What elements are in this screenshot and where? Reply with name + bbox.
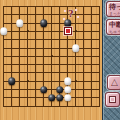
black-stone[interactable] xyxy=(40,19,48,27)
board-gridline xyxy=(3,31,100,32)
star-point xyxy=(27,30,29,32)
star-point xyxy=(75,80,77,82)
star-point xyxy=(27,80,29,82)
white-stone[interactable] xyxy=(64,77,72,85)
black-stone[interactable] xyxy=(56,94,64,102)
game-screen: ? 待った まった 中断 ちゅうだん △ xyxy=(0,0,120,120)
triangle-button[interactable]: △ xyxy=(107,75,120,90)
question-marker: ? xyxy=(68,10,73,19)
board-gridline xyxy=(3,48,100,49)
board-gridline xyxy=(3,14,100,15)
black-stone[interactable] xyxy=(48,94,56,102)
white-stone[interactable] xyxy=(72,44,80,52)
board-gridline xyxy=(3,64,100,65)
undo-button[interactable]: 待った まった xyxy=(106,1,120,17)
suspend-button-label: 中断 xyxy=(109,21,120,29)
sparkle-icon xyxy=(75,9,77,11)
black-stone[interactable] xyxy=(56,86,64,94)
undo-button-label: 待った xyxy=(109,3,120,11)
suspend-button[interactable]: 中断 ちゅうだん xyxy=(106,19,120,35)
black-stone[interactable] xyxy=(8,77,16,85)
sparkle-icon xyxy=(63,18,65,20)
sidebar: 待った まった 中断 ちゅうだん △ xyxy=(102,0,120,120)
board-gridline xyxy=(3,39,100,40)
black-stone[interactable] xyxy=(64,19,72,27)
sparkle-icon xyxy=(77,16,79,18)
square-icon xyxy=(109,96,116,103)
black-stone[interactable] xyxy=(40,86,48,94)
triangle-icon: △ xyxy=(111,78,118,87)
board-gridline xyxy=(3,89,100,90)
star-point xyxy=(51,55,53,57)
white-stone[interactable] xyxy=(64,94,72,102)
square-button[interactable] xyxy=(105,92,120,107)
board-gridline xyxy=(3,106,100,107)
board-gridline xyxy=(3,6,100,7)
board-gridline xyxy=(3,81,100,82)
white-stone[interactable] xyxy=(64,86,72,94)
board-gridline xyxy=(3,72,100,73)
suspend-button-sublabel: ちゅうだん xyxy=(109,29,120,34)
white-stone[interactable] xyxy=(16,19,24,27)
cursor-icon[interactable] xyxy=(64,27,72,35)
star-point xyxy=(75,30,77,32)
sparkle-icon xyxy=(64,10,66,12)
undo-button-sublabel: まった xyxy=(109,11,120,16)
go-board[interactable]: ? xyxy=(0,0,104,120)
white-stone[interactable] xyxy=(0,28,7,36)
